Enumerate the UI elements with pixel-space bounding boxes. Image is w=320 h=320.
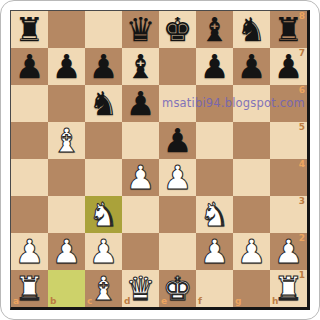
square-h8[interactable]: 8♜	[270, 11, 307, 48]
square-f2[interactable]: ♟	[196, 233, 233, 270]
square-c6[interactable]: ♞	[85, 85, 122, 122]
square-f1[interactable]: f	[196, 270, 233, 307]
square-g4[interactable]	[233, 159, 270, 196]
piece-black-rook[interactable]: ♜	[11, 11, 48, 48]
piece-black-knight[interactable]: ♞	[233, 11, 270, 48]
square-d6[interactable]: ♟	[122, 85, 159, 122]
square-b1[interactable]: b	[48, 270, 85, 307]
square-c5[interactable]	[85, 122, 122, 159]
piece-black-knight[interactable]: ♞	[85, 85, 122, 122]
file-label-c: c	[87, 297, 92, 306]
square-a8[interactable]: ♜	[11, 11, 48, 48]
square-h2[interactable]: 2♟	[270, 233, 307, 270]
file-label-h: h	[272, 297, 278, 306]
square-c4[interactable]	[85, 159, 122, 196]
square-e3[interactable]	[159, 196, 196, 233]
square-h3[interactable]: 3	[270, 196, 307, 233]
square-a3[interactable]	[11, 196, 48, 233]
file-label-g: g	[235, 297, 241, 306]
square-a5[interactable]	[11, 122, 48, 159]
piece-white-pawn[interactable]: ♟	[11, 233, 48, 270]
file-label-a: a	[13, 297, 19, 306]
square-d8[interactable]: ♛	[122, 11, 159, 48]
piece-white-knight[interactable]: ♞	[85, 196, 122, 233]
square-e7[interactable]	[159, 48, 196, 85]
rank-label-8: 8	[299, 12, 305, 21]
rank-label-2: 2	[299, 234, 305, 243]
square-f3[interactable]: ♞	[196, 196, 233, 233]
square-g2[interactable]: ♟	[233, 233, 270, 270]
square-d3[interactable]	[122, 196, 159, 233]
rank-label-3: 3	[299, 197, 305, 206]
square-d1[interactable]: d♛	[122, 270, 159, 307]
piece-white-pawn[interactable]: ♟	[233, 233, 270, 270]
file-label-f: f	[198, 297, 202, 306]
piece-white-pawn[interactable]: ♟	[48, 233, 85, 270]
square-b8[interactable]	[48, 11, 85, 48]
square-e2[interactable]	[159, 233, 196, 270]
square-g3[interactable]	[233, 196, 270, 233]
square-c1[interactable]: c♝	[85, 270, 122, 307]
piece-black-queen[interactable]: ♛	[122, 11, 159, 48]
square-g5[interactable]	[233, 122, 270, 159]
square-d7[interactable]: ♝	[122, 48, 159, 85]
chess-board: ♜♛♚♝♞8♜♟♟♟♝♟♟7♟♞♟6♝♟5♟♟4♞♞3♟♟♟♟♟2♟a♜bc♝d…	[10, 10, 310, 310]
piece-black-pawn[interactable]: ♟	[196, 48, 233, 85]
square-g7[interactable]: ♟	[233, 48, 270, 85]
square-a1[interactable]: a♜	[11, 270, 48, 307]
square-h5[interactable]: 5	[270, 122, 307, 159]
square-h1[interactable]: 1h♜	[270, 270, 307, 307]
square-b6[interactable]	[48, 85, 85, 122]
piece-white-pawn[interactable]: ♟	[159, 159, 196, 196]
square-b5[interactable]: ♝	[48, 122, 85, 159]
rank-label-6: 6	[299, 86, 305, 95]
square-c8[interactable]	[85, 11, 122, 48]
square-d5[interactable]	[122, 122, 159, 159]
watermark: msatibi94.blogspot.com	[162, 96, 305, 110]
piece-white-bishop[interactable]: ♝	[48, 122, 85, 159]
square-e5[interactable]: ♟	[159, 122, 196, 159]
square-e4[interactable]: ♟	[159, 159, 196, 196]
square-d2[interactable]	[122, 233, 159, 270]
piece-black-pawn[interactable]: ♟	[11, 48, 48, 85]
square-b7[interactable]: ♟	[48, 48, 85, 85]
square-f4[interactable]	[196, 159, 233, 196]
square-b4[interactable]	[48, 159, 85, 196]
piece-white-pawn[interactable]: ♟	[85, 233, 122, 270]
piece-black-pawn[interactable]: ♟	[85, 48, 122, 85]
rank-label-5: 5	[299, 123, 305, 132]
rank-label-7: 7	[299, 49, 305, 58]
piece-black-pawn[interactable]: ♟	[159, 122, 196, 159]
piece-white-knight[interactable]: ♞	[196, 196, 233, 233]
square-b3[interactable]	[48, 196, 85, 233]
piece-black-pawn[interactable]: ♟	[48, 48, 85, 85]
file-label-d: d	[124, 297, 130, 306]
square-b2[interactable]: ♟	[48, 233, 85, 270]
piece-black-bishop[interactable]: ♝	[196, 11, 233, 48]
square-f7[interactable]: ♟	[196, 48, 233, 85]
piece-black-bishop[interactable]: ♝	[122, 48, 159, 85]
square-c7[interactable]: ♟	[85, 48, 122, 85]
square-d4[interactable]: ♟	[122, 159, 159, 196]
square-f5[interactable]	[196, 122, 233, 159]
square-a7[interactable]: ♟	[11, 48, 48, 85]
file-label-e: e	[161, 297, 167, 306]
square-g8[interactable]: ♞	[233, 11, 270, 48]
square-a2[interactable]: ♟	[11, 233, 48, 270]
square-h4[interactable]: 4	[270, 159, 307, 196]
rank-label-1: 1	[299, 271, 305, 280]
piece-black-pawn[interactable]: ♟	[122, 85, 159, 122]
square-h7[interactable]: 7♟	[270, 48, 307, 85]
piece-white-pawn[interactable]: ♟	[196, 233, 233, 270]
file-label-b: b	[50, 297, 56, 306]
piece-white-pawn[interactable]: ♟	[122, 159, 159, 196]
square-c3[interactable]: ♞	[85, 196, 122, 233]
square-a4[interactable]	[11, 159, 48, 196]
square-f8[interactable]: ♝	[196, 11, 233, 48]
square-c2[interactable]: ♟	[85, 233, 122, 270]
piece-black-pawn[interactable]: ♟	[233, 48, 270, 85]
square-g1[interactable]: g	[233, 270, 270, 307]
square-e8[interactable]: ♚	[159, 11, 196, 48]
square-a6[interactable]	[11, 85, 48, 122]
rank-label-4: 4	[299, 160, 305, 169]
piece-black-king[interactable]: ♚	[159, 11, 196, 48]
square-e1[interactable]: e♚	[159, 270, 196, 307]
